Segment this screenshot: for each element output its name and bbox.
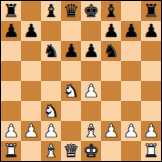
piece-black-knight[interactable]: ♞ <box>103 41 119 61</box>
square-h3[interactable] <box>141 101 161 121</box>
square-a2[interactable]: ♟ <box>1 121 21 141</box>
piece-black-pawn[interactable]: ♟ <box>23 21 39 41</box>
piece-white-rook[interactable]: ♜ <box>143 141 159 161</box>
piece-white-queen[interactable]: ♛ <box>63 141 79 161</box>
square-d8[interactable]: ♛ <box>61 1 81 21</box>
piece-black-rook[interactable]: ♜ <box>3 1 19 21</box>
square-d1[interactable]: ♛ <box>61 141 81 161</box>
square-f7[interactable]: ♟ <box>101 21 121 41</box>
square-b6[interactable] <box>21 41 41 61</box>
square-h8[interactable]: ♜ <box>141 1 161 21</box>
square-c8[interactable]: ♝ <box>41 1 61 21</box>
square-g2[interactable]: ♟ <box>121 121 141 141</box>
square-h1[interactable]: ♜ <box>141 141 161 161</box>
piece-white-pawn[interactable]: ♟ <box>143 121 159 141</box>
piece-black-king[interactable]: ♚ <box>83 1 99 21</box>
piece-black-queen[interactable]: ♛ <box>63 1 79 21</box>
square-d5[interactable] <box>61 61 81 81</box>
piece-black-pawn[interactable]: ♟ <box>123 21 139 41</box>
square-a1[interactable]: ♜ <box>1 141 21 161</box>
square-e1[interactable]: ♚ <box>81 141 101 161</box>
square-e7[interactable] <box>81 21 101 41</box>
piece-white-pawn[interactable]: ♟ <box>23 121 39 141</box>
piece-black-pawn[interactable]: ♟ <box>143 21 159 41</box>
square-e2[interactable]: ♝ <box>81 121 101 141</box>
square-d4[interactable]: ♞ <box>61 81 81 101</box>
square-c3[interactable]: ♞ <box>41 101 61 121</box>
square-c1[interactable]: ♝ <box>41 141 61 161</box>
square-b1[interactable] <box>21 141 41 161</box>
square-b3[interactable] <box>21 101 41 121</box>
piece-white-bishop[interactable]: ♝ <box>43 141 59 161</box>
square-d7[interactable] <box>61 21 81 41</box>
square-f6[interactable]: ♞ <box>101 41 121 61</box>
square-b7[interactable]: ♟ <box>21 21 41 41</box>
piece-white-knight[interactable]: ♞ <box>63 81 79 101</box>
piece-white-bishop[interactable]: ♝ <box>83 121 99 141</box>
piece-white-pawn[interactable]: ♟ <box>83 81 99 101</box>
square-a3[interactable] <box>1 101 21 121</box>
piece-white-pawn[interactable]: ♟ <box>43 121 59 141</box>
square-f4[interactable] <box>101 81 121 101</box>
square-e6[interactable]: ♟ <box>81 41 101 61</box>
piece-black-pawn[interactable]: ♟ <box>3 21 19 41</box>
square-c6[interactable]: ♞ <box>41 41 61 61</box>
square-h6[interactable] <box>141 41 161 61</box>
piece-white-pawn[interactable]: ♟ <box>103 121 119 141</box>
square-f5[interactable] <box>101 61 121 81</box>
piece-white-king[interactable]: ♚ <box>83 141 99 161</box>
square-f3[interactable] <box>101 101 121 121</box>
square-g7[interactable]: ♟ <box>121 21 141 41</box>
square-e3[interactable] <box>81 101 101 121</box>
piece-white-pawn[interactable]: ♟ <box>123 121 139 141</box>
square-h7[interactable]: ♟ <box>141 21 161 41</box>
square-a4[interactable] <box>1 81 21 101</box>
square-g5[interactable] <box>121 61 141 81</box>
piece-black-pawn[interactable]: ♟ <box>63 41 79 61</box>
piece-white-knight[interactable]: ♞ <box>43 101 59 121</box>
square-h5[interactable] <box>141 61 161 81</box>
square-f8[interactable]: ♝ <box>101 1 121 21</box>
square-f2[interactable]: ♟ <box>101 121 121 141</box>
piece-black-bishop[interactable]: ♝ <box>103 1 119 21</box>
piece-white-rook[interactable]: ♜ <box>3 141 19 161</box>
piece-black-knight[interactable]: ♞ <box>43 41 59 61</box>
square-b2[interactable]: ♟ <box>21 121 41 141</box>
square-f1[interactable] <box>101 141 121 161</box>
square-a5[interactable] <box>1 61 21 81</box>
square-b8[interactable] <box>21 1 41 21</box>
square-c5[interactable] <box>41 61 61 81</box>
square-e5[interactable] <box>81 61 101 81</box>
square-e4[interactable]: ♟ <box>81 81 101 101</box>
square-b5[interactable] <box>21 61 41 81</box>
square-d6[interactable]: ♟ <box>61 41 81 61</box>
square-h4[interactable] <box>141 81 161 101</box>
square-b4[interactable] <box>21 81 41 101</box>
piece-black-bishop[interactable]: ♝ <box>43 1 59 21</box>
square-c4[interactable] <box>41 81 61 101</box>
square-d3[interactable] <box>61 101 81 121</box>
square-e8[interactable]: ♚ <box>81 1 101 21</box>
square-g8[interactable] <box>121 1 141 21</box>
chess-board-container: ♜♝♛♚♝♜♟♟♟♟♟♞♟♟♞♞♟♞♟♟♟♝♟♟♟♜♝♛♚♜ <box>0 0 162 162</box>
square-a6[interactable] <box>1 41 21 61</box>
square-a8[interactable]: ♜ <box>1 1 21 21</box>
square-a7[interactable]: ♟ <box>1 21 21 41</box>
piece-white-pawn[interactable]: ♟ <box>3 121 19 141</box>
square-g3[interactable] <box>121 101 141 121</box>
square-c2[interactable]: ♟ <box>41 121 61 141</box>
square-g4[interactable] <box>121 81 141 101</box>
piece-black-pawn[interactable]: ♟ <box>83 41 99 61</box>
piece-black-rook[interactable]: ♜ <box>143 1 159 21</box>
square-g6[interactable] <box>121 41 141 61</box>
chess-board: ♜♝♛♚♝♜♟♟♟♟♟♞♟♟♞♞♟♞♟♟♟♝♟♟♟♜♝♛♚♜ <box>0 0 162 162</box>
piece-black-pawn[interactable]: ♟ <box>103 21 119 41</box>
square-c7[interactable] <box>41 21 61 41</box>
square-h2[interactable]: ♟ <box>141 121 161 141</box>
square-g1[interactable] <box>121 141 141 161</box>
square-d2[interactable] <box>61 121 81 141</box>
